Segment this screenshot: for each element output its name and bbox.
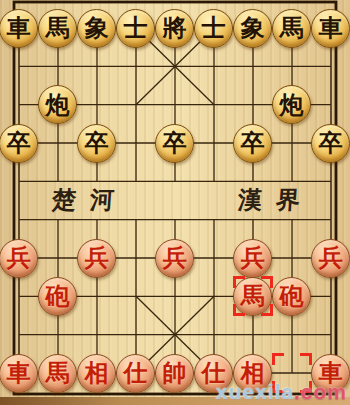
board-cell[interactable] <box>77 316 116 354</box>
xiangqi-board: 楚河 漢界 車馬象士將士象馬車炮炮卒卒卒卒卒兵兵兵兵兵砲馬砲車馬相仕帥仕相車 x… <box>0 0 350 405</box>
watermark-tld: .com <box>294 380 347 403</box>
board-cell[interactable] <box>272 316 311 354</box>
board-cell[interactable] <box>155 277 194 315</box>
board-cell[interactable]: 卒 <box>311 124 350 162</box>
board-cell[interactable]: 兵 <box>311 239 350 277</box>
board-cell[interactable] <box>0 201 38 239</box>
board-cell[interactable]: 砲 <box>272 277 311 315</box>
board-cell[interactable] <box>38 201 77 239</box>
board-cell[interactable] <box>272 201 311 239</box>
board-cell[interactable] <box>116 277 155 315</box>
board-cell[interactable] <box>38 124 77 162</box>
board-cell[interactable]: 將 <box>155 9 194 47</box>
board-cell[interactable] <box>155 47 194 85</box>
board-cell[interactable] <box>77 277 116 315</box>
piece-red-chariot[interactable]: 車 <box>0 354 38 393</box>
piece-black-elephant[interactable]: 象 <box>77 9 116 48</box>
board-cell[interactable] <box>311 316 350 354</box>
board-cell[interactable]: 仕 <box>116 354 155 392</box>
board-cell[interactable]: 兵 <box>77 239 116 277</box>
watermark: xuexila.com <box>216 380 347 404</box>
board-cell[interactable] <box>233 316 272 354</box>
board-cell[interactable] <box>233 47 272 85</box>
board-cell[interactable] <box>311 162 350 200</box>
board-cell[interactable]: 象 <box>233 9 272 47</box>
piece-red-soldier[interactable]: 兵 <box>233 239 272 278</box>
board-cell[interactable]: 卒 <box>0 124 38 162</box>
board-cell[interactable] <box>194 162 233 200</box>
board-cell[interactable] <box>155 316 194 354</box>
board-cell[interactable] <box>272 124 311 162</box>
board-cell[interactable] <box>38 162 77 200</box>
board-cell[interactable] <box>194 124 233 162</box>
board-cell[interactable]: 馬 <box>233 277 272 315</box>
piece-red-cannon[interactable]: 砲 <box>38 277 77 316</box>
piece-black-soldier[interactable]: 卒 <box>77 124 116 163</box>
piece-black-advisor[interactable]: 士 <box>194 9 233 48</box>
board-cell[interactable]: 卒 <box>77 124 116 162</box>
board-cell[interactable] <box>194 86 233 124</box>
board-cell[interactable] <box>116 86 155 124</box>
piece-black-soldier[interactable]: 卒 <box>233 124 272 163</box>
piece-red-soldier[interactable]: 兵 <box>77 239 116 278</box>
board-cell[interactable] <box>116 239 155 277</box>
piece-black-chariot[interactable]: 車 <box>0 9 38 48</box>
board-cell[interactable] <box>77 47 116 85</box>
board-cell[interactable] <box>155 162 194 200</box>
board-cell[interactable] <box>311 277 350 315</box>
board-cell[interactable]: 兵 <box>155 239 194 277</box>
board-cell[interactable] <box>116 316 155 354</box>
piece-black-soldier[interactable]: 卒 <box>0 124 38 163</box>
board-cell[interactable] <box>233 162 272 200</box>
board-cell[interactable] <box>311 86 350 124</box>
board-cell[interactable] <box>0 47 38 85</box>
board-cell[interactable]: 馬 <box>38 354 77 392</box>
piece-red-advisor[interactable]: 仕 <box>116 354 155 393</box>
board-cell[interactable] <box>77 201 116 239</box>
piece-black-cannon[interactable]: 炮 <box>272 85 311 124</box>
board-cell[interactable] <box>77 162 116 200</box>
board-cell[interactable] <box>194 47 233 85</box>
board-cell[interactable]: 車 <box>311 9 350 47</box>
piece-black-soldier[interactable]: 卒 <box>155 124 194 163</box>
board-cell[interactable]: 兵 <box>0 239 38 277</box>
piece-red-general[interactable]: 帥 <box>155 354 194 393</box>
board-cell[interactable] <box>38 316 77 354</box>
board-cell[interactable] <box>155 201 194 239</box>
board-cell[interactable] <box>116 162 155 200</box>
piece-red-soldier[interactable]: 兵 <box>311 239 350 278</box>
board-cell[interactable] <box>194 316 233 354</box>
board-cell[interactable] <box>0 316 38 354</box>
board-cell[interactable] <box>77 86 116 124</box>
board-cell[interactable] <box>233 86 272 124</box>
board-cell[interactable] <box>272 239 311 277</box>
board-cell[interactable]: 馬 <box>38 9 77 47</box>
piece-red-soldier[interactable]: 兵 <box>0 239 38 278</box>
piece-grid: 車馬象士將士象馬車炮炮卒卒卒卒卒兵兵兵兵兵砲馬砲車馬相仕帥仕相車 <box>0 9 350 393</box>
board-cell[interactable] <box>116 47 155 85</box>
board-cell[interactable]: 卒 <box>233 124 272 162</box>
piece-black-cannon[interactable]: 炮 <box>38 85 77 124</box>
board-cell[interactable] <box>0 162 38 200</box>
board-cell[interactable]: 兵 <box>233 239 272 277</box>
piece-black-advisor[interactable]: 士 <box>116 9 155 48</box>
board-cell[interactable] <box>233 201 272 239</box>
piece-red-soldier[interactable]: 兵 <box>155 239 194 278</box>
board-cell[interactable] <box>311 201 350 239</box>
board-cell[interactable] <box>38 47 77 85</box>
board-cell[interactable] <box>194 201 233 239</box>
piece-red-horse[interactable]: 馬 <box>233 277 272 316</box>
piece-black-elephant[interactable]: 象 <box>233 9 272 48</box>
piece-black-horse[interactable]: 馬 <box>38 9 77 48</box>
piece-black-soldier[interactable]: 卒 <box>311 124 350 163</box>
board-cell[interactable] <box>194 277 233 315</box>
board-cell[interactable]: 炮 <box>272 86 311 124</box>
board-cell[interactable] <box>194 239 233 277</box>
board-cell[interactable] <box>0 86 38 124</box>
board-cell[interactable]: 卒 <box>155 124 194 162</box>
watermark-site-name: xuexila <box>216 380 294 403</box>
piece-black-horse[interactable]: 馬 <box>272 9 311 48</box>
board-cell[interactable] <box>38 239 77 277</box>
board-cell[interactable] <box>272 47 311 85</box>
board-cell[interactable]: 象 <box>77 9 116 47</box>
board-cell[interactable]: 帥 <box>155 354 194 392</box>
board-cell[interactable]: 炮 <box>38 86 77 124</box>
board-cell[interactable] <box>0 277 38 315</box>
piece-black-general[interactable]: 將 <box>155 9 194 48</box>
board-cell[interactable]: 車 <box>0 9 38 47</box>
board-cell[interactable]: 砲 <box>38 277 77 315</box>
piece-red-horse[interactable]: 馬 <box>38 354 77 393</box>
board-cell[interactable] <box>311 47 350 85</box>
board-cell[interactable]: 士 <box>194 9 233 47</box>
piece-red-cannon[interactable]: 砲 <box>272 277 311 316</box>
piece-black-chariot[interactable]: 車 <box>311 9 350 48</box>
board-cell[interactable]: 士 <box>116 9 155 47</box>
board-cell[interactable]: 車 <box>0 354 38 392</box>
board-cell[interactable]: 馬 <box>272 9 311 47</box>
board-cell[interactable] <box>155 86 194 124</box>
board-cell[interactable]: 相 <box>77 354 116 392</box>
board-cell[interactable] <box>116 124 155 162</box>
board-cell[interactable] <box>272 162 311 200</box>
piece-red-elephant[interactable]: 相 <box>77 354 116 393</box>
board-cell[interactable] <box>116 201 155 239</box>
